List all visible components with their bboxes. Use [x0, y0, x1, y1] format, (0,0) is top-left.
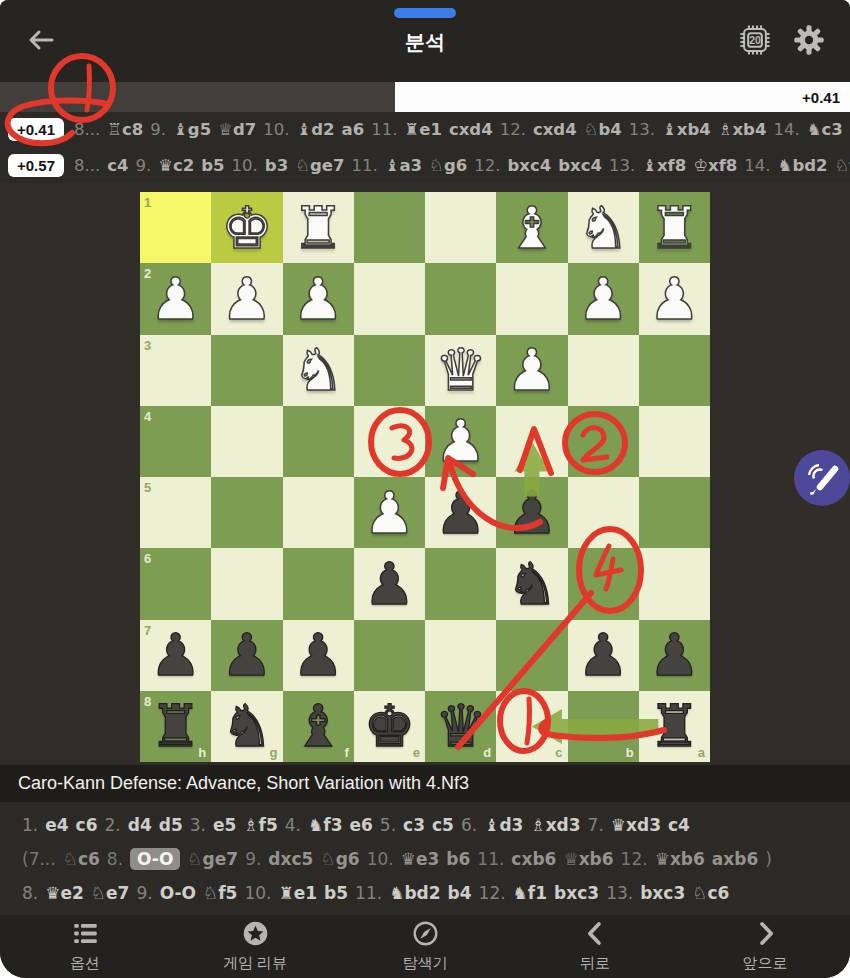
- nav-label: 뒤로: [580, 954, 610, 973]
- square-c8[interactable]: c: [496, 691, 567, 762]
- current-move-badge[interactable]: O-O: [130, 848, 180, 870]
- nav-options[interactable]: 옵션: [0, 920, 170, 978]
- piece-white-pawn: ♟: [211, 263, 282, 334]
- rank-label-3: 3: [144, 338, 151, 353]
- square-e6[interactable]: ♟: [354, 548, 425, 619]
- move-number: 13.: [609, 156, 635, 175]
- move-token[interactable]: b4: [448, 883, 472, 903]
- square-b4[interactable]: [568, 406, 639, 477]
- move-number: 10.: [263, 120, 289, 139]
- pencil-draw-icon: [793, 495, 850, 510]
- square-d4[interactable]: ♟: [425, 406, 496, 477]
- move-number: 12.: [474, 156, 500, 175]
- svg-text:20: 20: [749, 34, 761, 45]
- move-token[interactable]: ♝xf8: [642, 156, 686, 175]
- square-g1[interactable]: ♚: [211, 192, 282, 263]
- move-number: 6.: [461, 815, 477, 835]
- draw-mode-button[interactable]: [793, 449, 850, 507]
- move-token[interactable]: ♝d2: [296, 120, 334, 139]
- piece-black-pawn: ♟: [568, 620, 639, 691]
- piece-black-knight: ♞: [211, 691, 282, 762]
- evaluation-bar: +0.41: [0, 82, 850, 112]
- evaluation-value: +0.41: [802, 89, 840, 106]
- square-h8[interactable]: 8h♜: [140, 691, 211, 762]
- move-number: 9.: [136, 156, 152, 175]
- file-label-c: c: [555, 745, 562, 760]
- nav-label: 앞으로: [743, 954, 788, 973]
- square-c5[interactable]: ♟: [496, 477, 567, 548]
- move-token[interactable]: bxc4: [558, 156, 602, 175]
- move-number: 3.: [190, 815, 206, 835]
- nav-game-review[interactable]: 게임 리뷰: [170, 920, 340, 978]
- square-g4[interactable]: [211, 406, 282, 477]
- move-token[interactable]: dxc5: [268, 849, 313, 869]
- square-g6[interactable]: [211, 548, 282, 619]
- move-number: 13.: [629, 120, 655, 139]
- move-token[interactable]: ♖c8: [107, 120, 143, 139]
- move-number: 14.: [744, 156, 770, 175]
- move-token[interactable]: ♘c6: [692, 883, 729, 903]
- square-a6[interactable]: [639, 548, 710, 619]
- explorer-compass-icon: [412, 920, 439, 950]
- rank-label-1: 1: [144, 195, 151, 210]
- square-b6[interactable]: [568, 548, 639, 619]
- move-token[interactable]: cxd4: [449, 120, 493, 139]
- piece-black-knight: ♞: [496, 548, 567, 619]
- move-number: 8...: [74, 156, 100, 175]
- square-c1[interactable]: ♝: [496, 192, 567, 263]
- move-number: 8.: [107, 849, 123, 869]
- piece-white-knight: ♞: [568, 192, 639, 263]
- engine-depth-button[interactable]: 20: [736, 22, 774, 60]
- move-token[interactable]: c5: [432, 815, 454, 835]
- engine-line-2[interactable]: +0.57 8...c49.♛c2b510.b3♘ge711.♝a3♘g612.…: [0, 147, 850, 183]
- square-d7[interactable]: [425, 620, 496, 691]
- square-b3[interactable]: [568, 335, 639, 406]
- square-e4[interactable]: [354, 406, 425, 477]
- move-token[interactable]: ♞bd2: [389, 883, 440, 903]
- piece-white-knight: ♞: [283, 335, 354, 406]
- square-b7[interactable]: ♟: [568, 620, 639, 691]
- square-g5[interactable]: [211, 477, 282, 548]
- square-h6[interactable]: 6: [140, 548, 211, 619]
- square-f6[interactable]: [283, 548, 354, 619]
- engine-eval-badge: +0.57: [8, 154, 64, 177]
- header-icons: 20: [736, 22, 828, 60]
- file-label-b: b: [626, 745, 634, 760]
- move-number: 11.: [355, 883, 382, 903]
- move-token[interactable]: e5: [213, 815, 236, 835]
- piece-white-pawn: ♟: [568, 263, 639, 334]
- nav-label: 탐색기: [403, 954, 448, 973]
- evaluation-bar-white-side: +0.41: [395, 82, 850, 112]
- piece-black-pawn: ♟: [639, 620, 710, 691]
- move-token[interactable]: cxb6: [511, 849, 556, 869]
- rank-label-4: 4: [144, 409, 151, 424]
- move-row-2: 8.♛e2♘e79.O-O♘f510.♜e1b511.♞bd2b412.♞f1b…: [0, 876, 850, 910]
- square-a5[interactable]: [639, 477, 710, 548]
- square-d2[interactable]: [425, 263, 496, 334]
- square-f5[interactable]: [283, 477, 354, 548]
- square-e2[interactable]: [354, 263, 425, 334]
- square-d3[interactable]: ♛: [425, 335, 496, 406]
- move-number: ): [765, 849, 772, 869]
- piece-white-pawn: ♟: [496, 335, 567, 406]
- square-e8[interactable]: e♚: [354, 691, 425, 762]
- square-g7[interactable]: ♟: [211, 620, 282, 691]
- move-number: 14.: [773, 120, 799, 139]
- nav-back[interactable]: 뒤로: [510, 920, 680, 978]
- engine-eval-badge: +0.41: [8, 118, 64, 141]
- move-token[interactable]: ♛e2: [45, 883, 84, 903]
- piece-black-rook: ♜: [639, 691, 710, 762]
- engine-line-moves: 8...♖c89.♝g5♕d710.♝d2a611.♜e1cxd412.cxd4…: [74, 120, 850, 139]
- move-token[interactable]: ♝a3: [385, 156, 422, 175]
- move-token[interactable]: ♝d3: [484, 815, 523, 835]
- piece-white-pawn: ♟: [425, 406, 496, 477]
- move-token[interactable]: e4: [45, 815, 68, 835]
- move-token[interactable]: ♛c2: [158, 156, 194, 175]
- move-token[interactable]: ♗xd3: [530, 815, 580, 835]
- move-token[interactable]: bxc4: [507, 156, 551, 175]
- move-number: 10.: [232, 156, 258, 175]
- piece-white-queen: ♛: [425, 335, 496, 406]
- options-list-icon: [72, 920, 99, 950]
- square-f1[interactable]: ♜: [283, 192, 354, 263]
- square-b2[interactable]: ♟: [568, 263, 639, 334]
- piece-black-king: ♚: [354, 691, 425, 762]
- square-a4[interactable]: [639, 406, 710, 477]
- engine-line-moves: 8...c49.♛c2b510.b3♘ge711.♝a3♘g612.bxc4bx…: [74, 156, 850, 175]
- move-token[interactable]: e6: [350, 815, 373, 835]
- square-e7[interactable]: [354, 620, 425, 691]
- move-number: 1.: [22, 815, 38, 835]
- move-row-1: 1.e4c62.d4d53.e5♗f54.♞f3e65.c3c56.♝d3♗xd…: [0, 808, 850, 842]
- top-bar: 분석 20: [0, 0, 850, 82]
- page-title: 분석: [0, 29, 850, 56]
- square-h2[interactable]: 2♟: [140, 263, 211, 334]
- square-f2[interactable]: ♟: [283, 263, 354, 334]
- nav-forward[interactable]: 앞으로: [680, 920, 850, 978]
- move-number: 10.: [367, 849, 394, 869]
- move-token[interactable]: c4: [107, 156, 128, 175]
- square-d1[interactable]: [425, 192, 496, 263]
- piece-black-bishop: ♝: [283, 691, 354, 762]
- square-f4[interactable]: [283, 406, 354, 477]
- square-f3[interactable]: ♞: [283, 335, 354, 406]
- square-c2[interactable]: [496, 263, 567, 334]
- move-token[interactable]: axb6: [712, 849, 758, 869]
- square-b1[interactable]: ♞: [568, 192, 639, 263]
- piece-black-pawn: ♟: [354, 548, 425, 619]
- move-number: 13.: [606, 883, 633, 903]
- square-a3[interactable]: [639, 335, 710, 406]
- rank-label-5: 5: [144, 480, 151, 495]
- board-area: 1♚♜♝♞♜2♟♟♟♟♟3♞♛♟4♟5♟♟♟6♟♞7♟♟♟♟♟8h♜g♞f♝e♚…: [0, 183, 850, 765]
- window-handle: [394, 8, 456, 18]
- engine-lines: +0.41 8...♖c89.♝g5♕d710.♝d2a611.♜e1cxd41…: [0, 112, 850, 183]
- move-token[interactable]: c6: [76, 815, 98, 835]
- square-e5[interactable]: ♟: [354, 477, 425, 548]
- move-number: 10.: [244, 883, 271, 903]
- move-number: 11.: [351, 156, 377, 175]
- move-number: 11.: [371, 120, 397, 139]
- piece-black-pawn: ♟: [283, 620, 354, 691]
- square-c7[interactable]: [496, 620, 567, 691]
- square-c3[interactable]: ♟: [496, 335, 567, 406]
- move-token[interactable]: ♗f5: [243, 815, 277, 835]
- move-token[interactable]: ♔xf8: [693, 156, 737, 175]
- move-token[interactable]: ♘f4: [835, 156, 850, 175]
- piece-black-pawn: ♟: [140, 620, 211, 691]
- move-token[interactable]: c4: [668, 815, 690, 835]
- move-token[interactable]: bxc3: [640, 883, 685, 903]
- move-token[interactable]: b6: [446, 849, 470, 869]
- square-h7[interactable]: 7♟: [140, 620, 211, 691]
- move-token[interactable]: ♘b4: [584, 120, 622, 139]
- square-f7[interactable]: ♟: [283, 620, 354, 691]
- rank-label-6: 6: [144, 551, 151, 566]
- square-e1[interactable]: [354, 192, 425, 263]
- square-h1[interactable]: 1: [140, 192, 211, 263]
- move-row-variation: (7...♘c68.O-O♘ge79.dxc5♘g610.♛e3b611.cxb…: [0, 842, 850, 876]
- move-token[interactable]: ♝xb4: [662, 120, 711, 139]
- piece-black-pawn: ♟: [496, 477, 567, 548]
- nav-label: 게임 리뷰: [223, 954, 287, 973]
- move-number: (7...: [22, 849, 56, 869]
- move-number: 12.: [479, 883, 506, 903]
- forward-chevron-icon: [752, 920, 779, 950]
- game-review-star-icon: [242, 920, 269, 950]
- move-token[interactable]: bxc3: [554, 883, 599, 903]
- move-number: 12.: [500, 120, 526, 139]
- move-token[interactable]: ♝g5: [173, 120, 211, 139]
- piece-black-rook: ♜: [140, 691, 211, 762]
- piece-white-pawn: ♟: [140, 263, 211, 334]
- square-a1[interactable]: ♜: [639, 192, 710, 263]
- move-number: 8.: [22, 883, 38, 903]
- square-f8[interactable]: f♝: [283, 691, 354, 762]
- piece-white-pawn: ♟: [354, 477, 425, 548]
- piece-white-pawn: ♟: [283, 263, 354, 334]
- move-token[interactable]: a6: [342, 120, 365, 139]
- opening-name: Caro-Kann Defense: Advance, Short Variat…: [0, 765, 850, 802]
- square-g3[interactable]: [211, 335, 282, 406]
- square-h4[interactable]: 4: [140, 406, 211, 477]
- move-token[interactable]: ♞c3: [807, 120, 843, 139]
- move-number: 12.: [621, 849, 648, 869]
- square-b5[interactable]: [568, 477, 639, 548]
- move-token[interactable]: ♘f5: [203, 883, 237, 903]
- square-d5[interactable]: ♟: [425, 477, 496, 548]
- square-c4[interactable]: [496, 406, 567, 477]
- move-token[interactable]: ♘c6: [63, 849, 100, 869]
- move-token[interactable]: ♛e3: [401, 849, 440, 869]
- piece-white-pawn: ♟: [639, 263, 710, 334]
- engine-line-1[interactable]: +0.41 8...♖c89.♝g5♕d710.♝d2a611.♜e1cxd41…: [0, 112, 850, 147]
- move-token[interactable]: b5: [324, 883, 348, 903]
- piece-black-pawn: ♟: [425, 477, 496, 548]
- move-token[interactable]: ♜e1: [404, 120, 441, 139]
- move-token[interactable]: ♞bd2: [778, 156, 828, 175]
- square-e3[interactable]: [354, 335, 425, 406]
- move-token[interactable]: b3: [265, 156, 288, 175]
- piece-white-rook: ♜: [639, 192, 710, 263]
- square-a8[interactable]: a♜: [639, 691, 710, 762]
- square-c6[interactable]: ♞: [496, 548, 567, 619]
- move-number: 4.: [285, 815, 301, 835]
- nav-label: 옵션: [70, 954, 100, 973]
- move-token[interactable]: ♘e7: [91, 883, 130, 903]
- square-b8[interactable]: b: [568, 691, 639, 762]
- bottom-nav: 옵션게임 리뷰탐색기뒤로앞으로: [0, 915, 850, 978]
- piece-white-bishop: ♝: [496, 192, 567, 263]
- square-d6[interactable]: [425, 548, 496, 619]
- move-token[interactable]: ♗xb4: [718, 120, 767, 139]
- settings-button[interactable]: [790, 22, 828, 60]
- move-number: 8...: [74, 120, 100, 139]
- move-token[interactable]: ♘ge7: [295, 156, 344, 175]
- chess-board: 1♚♜♝♞♜2♟♟♟♟♟3♞♛♟4♟5♟♟♟6♟♞7♟♟♟♟♟8h♜g♞f♝e♚…: [140, 192, 710, 762]
- move-number: 2.: [105, 815, 121, 835]
- move-number: 5.: [380, 815, 396, 835]
- move-number: 9.: [150, 120, 166, 139]
- chess-analysis-app: 분석 20: [0, 0, 850, 978]
- move-token[interactable]: ♛xd3: [611, 815, 661, 835]
- move-token[interactable]: ♕d7: [218, 120, 256, 139]
- move-token[interactable]: d4: [128, 815, 152, 835]
- move-number: 9.: [136, 883, 152, 903]
- square-h3[interactable]: 3: [140, 335, 211, 406]
- move-token[interactable]: ♛xb6: [655, 849, 705, 869]
- move-token[interactable]: ♘g6: [320, 849, 359, 869]
- move-token[interactable]: cxd4: [533, 120, 577, 139]
- move-number: 11.: [477, 849, 504, 869]
- move-token[interactable]: c3: [403, 815, 425, 835]
- move-token[interactable]: ♞f3: [308, 815, 342, 835]
- move-token[interactable]: ♕xb6: [563, 849, 613, 869]
- nav-explorer[interactable]: 탐색기: [340, 920, 510, 978]
- engine-chip-icon: 20: [738, 45, 772, 60]
- move-list: 1.e4c62.d4d53.e5♗f54.♞f3e65.c3c56.♝d3♗xd…: [0, 802, 850, 915]
- square-a2[interactable]: ♟: [639, 263, 710, 334]
- move-number: 9.: [245, 849, 261, 869]
- move-token[interactable]: O-O: [160, 883, 196, 903]
- move-token[interactable]: d5: [159, 815, 183, 835]
- piece-white-king: ♚: [211, 192, 282, 263]
- square-d8[interactable]: d♛: [425, 691, 496, 762]
- move-token[interactable]: ♘ge7: [187, 849, 238, 869]
- move-token[interactable]: ♞f1: [513, 883, 547, 903]
- gear-icon: [793, 44, 825, 59]
- move-number: 7.: [588, 815, 604, 835]
- back-chevron-icon: [582, 920, 609, 950]
- piece-black-pawn: ♟: [211, 620, 282, 691]
- square-h5[interactable]: 5: [140, 477, 211, 548]
- square-g2[interactable]: ♟: [211, 263, 282, 334]
- square-g8[interactable]: g♞: [211, 691, 282, 762]
- move-token[interactable]: ♘g6: [429, 156, 467, 175]
- square-a7[interactable]: ♟: [639, 620, 710, 691]
- piece-black-queen: ♛: [425, 691, 496, 762]
- move-token[interactable]: ♜e1: [278, 883, 317, 903]
- piece-white-rook: ♜: [283, 192, 354, 263]
- move-token[interactable]: b5: [201, 156, 224, 175]
